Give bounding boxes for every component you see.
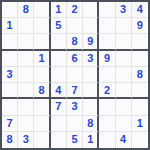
cell-r9c6[interactable]: 1 bbox=[83, 132, 99, 148]
cell-r4c4[interactable] bbox=[51, 51, 67, 67]
cell-r2c9[interactable]: 9 bbox=[132, 18, 148, 34]
cell-r3c7[interactable] bbox=[99, 34, 115, 50]
cell-r2c1[interactable]: 1 bbox=[2, 18, 18, 34]
cell-r5c5[interactable] bbox=[67, 67, 83, 83]
cell-r4c3[interactable]: 1 bbox=[34, 51, 50, 67]
cell-r2c4[interactable]: 5 bbox=[51, 18, 67, 34]
cell-r3c9[interactable] bbox=[132, 34, 148, 50]
cell-r9c2[interactable]: 3 bbox=[18, 132, 34, 148]
cell-r9c7[interactable] bbox=[99, 132, 115, 148]
cell-r7c6[interactable] bbox=[83, 99, 99, 115]
cell-r9c3[interactable] bbox=[34, 132, 50, 148]
cell-r1c9[interactable]: 4 bbox=[132, 2, 148, 18]
cell-r5c8[interactable] bbox=[116, 67, 132, 83]
cell-r3c4[interactable] bbox=[51, 34, 67, 50]
cell-r4c9[interactable] bbox=[132, 51, 148, 67]
cell-r1c6[interactable] bbox=[83, 2, 99, 18]
cell-r3c1[interactable] bbox=[2, 34, 18, 50]
cell-r1c8[interactable]: 3 bbox=[116, 2, 132, 18]
cell-r1c1[interactable] bbox=[2, 2, 18, 18]
cell-r7c3[interactable] bbox=[34, 99, 50, 115]
cell-r7c7[interactable] bbox=[99, 99, 115, 115]
cell-r7c5[interactable]: 3 bbox=[67, 99, 83, 115]
cell-r6c3[interactable]: 8 bbox=[34, 83, 50, 99]
cell-r5c4[interactable] bbox=[51, 67, 67, 83]
cell-r4c2[interactable] bbox=[18, 51, 34, 67]
cell-r9c4[interactable] bbox=[51, 132, 67, 148]
cell-r9c8[interactable]: 4 bbox=[116, 132, 132, 148]
cell-r6c6[interactable] bbox=[83, 83, 99, 99]
cell-r3c5[interactable]: 8 bbox=[67, 34, 83, 50]
cell-r8c9[interactable]: 1 bbox=[132, 116, 148, 132]
cell-r1c4[interactable]: 1 bbox=[51, 2, 67, 18]
cell-r6c8[interactable] bbox=[116, 83, 132, 99]
cell-r3c8[interactable] bbox=[116, 34, 132, 50]
cell-r6c5[interactable]: 7 bbox=[67, 83, 83, 99]
cell-r5c9[interactable]: 8 bbox=[132, 67, 148, 83]
cell-r2c5[interactable] bbox=[67, 18, 83, 34]
cell-r8c7[interactable] bbox=[99, 116, 115, 132]
cell-r7c4[interactable]: 7 bbox=[51, 99, 67, 115]
cell-r2c2[interactable] bbox=[18, 18, 34, 34]
cell-r6c9[interactable] bbox=[132, 83, 148, 99]
cell-r3c6[interactable]: 9 bbox=[83, 34, 99, 50]
cell-r9c1[interactable]: 8 bbox=[2, 132, 18, 148]
cell-r6c4[interactable]: 4 bbox=[51, 83, 67, 99]
cell-r2c7[interactable] bbox=[99, 18, 115, 34]
cell-r6c1[interactable] bbox=[2, 83, 18, 99]
cell-r2c8[interactable] bbox=[116, 18, 132, 34]
cell-r4c7[interactable]: 9 bbox=[99, 51, 115, 67]
sudoku-board: 812341598916393884727378183514 bbox=[0, 0, 150, 150]
cell-r6c7[interactable]: 2 bbox=[99, 83, 115, 99]
cell-r1c7[interactable] bbox=[99, 2, 115, 18]
cell-r3c2[interactable] bbox=[18, 34, 34, 50]
cell-r1c2[interactable]: 8 bbox=[18, 2, 34, 18]
cell-r1c3[interactable] bbox=[34, 2, 50, 18]
cell-r5c3[interactable] bbox=[34, 67, 50, 83]
cell-r8c4[interactable] bbox=[51, 116, 67, 132]
cell-r5c7[interactable] bbox=[99, 67, 115, 83]
cell-r6c2[interactable] bbox=[18, 83, 34, 99]
cell-r8c5[interactable] bbox=[67, 116, 83, 132]
cell-r5c1[interactable]: 3 bbox=[2, 67, 18, 83]
cell-r2c6[interactable] bbox=[83, 18, 99, 34]
cell-r2c3[interactable] bbox=[34, 18, 50, 34]
cell-r8c8[interactable] bbox=[116, 116, 132, 132]
cell-r1c5[interactable]: 2 bbox=[67, 2, 83, 18]
cell-r5c2[interactable] bbox=[18, 67, 34, 83]
cell-r8c2[interactable] bbox=[18, 116, 34, 132]
cell-r4c1[interactable] bbox=[2, 51, 18, 67]
cell-r7c9[interactable] bbox=[132, 99, 148, 115]
cell-r8c1[interactable]: 7 bbox=[2, 116, 18, 132]
cell-r9c9[interactable] bbox=[132, 132, 148, 148]
cell-r7c1[interactable] bbox=[2, 99, 18, 115]
cell-r5c6[interactable] bbox=[83, 67, 99, 83]
cell-r8c3[interactable] bbox=[34, 116, 50, 132]
cell-r4c6[interactable]: 3 bbox=[83, 51, 99, 67]
cell-r7c2[interactable] bbox=[18, 99, 34, 115]
cell-r4c5[interactable]: 6 bbox=[67, 51, 83, 67]
cell-r4c8[interactable] bbox=[116, 51, 132, 67]
cell-r3c3[interactable] bbox=[34, 34, 50, 50]
cell-r8c6[interactable]: 8 bbox=[83, 116, 99, 132]
cell-r7c8[interactable] bbox=[116, 99, 132, 115]
cell-r9c5[interactable]: 5 bbox=[67, 132, 83, 148]
